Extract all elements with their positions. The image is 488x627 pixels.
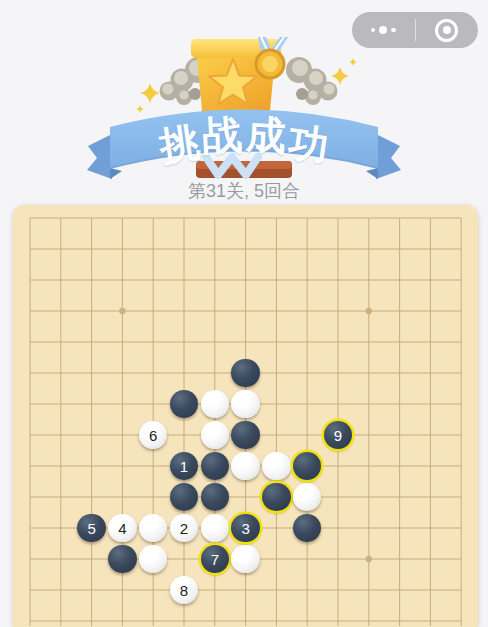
stone-black — [293, 514, 322, 543]
stone-white — [201, 390, 230, 419]
stone-white-6: 6 — [139, 421, 168, 450]
stone-white — [201, 421, 230, 450]
stone-black — [262, 483, 291, 512]
stone-white-2: 2 — [170, 514, 199, 543]
stone-white — [231, 452, 260, 481]
move-number: 4 — [118, 521, 126, 536]
stone-black — [170, 483, 199, 512]
stone-white — [262, 452, 291, 481]
stone-black — [231, 421, 260, 450]
move-number: 6 — [149, 428, 157, 443]
stone-white — [201, 514, 230, 543]
move-number: 7 — [211, 552, 219, 567]
stone-black — [201, 483, 230, 512]
stone-black-3: 3 — [231, 514, 260, 543]
trophy-graphic — [0, 0, 488, 200]
move-number: 2 — [180, 521, 188, 536]
move-number: 5 — [87, 521, 95, 536]
stones-layer: 691542378 — [13, 205, 478, 627]
stone-white — [231, 545, 260, 574]
stone-black — [108, 545, 137, 574]
trophy-base — [196, 157, 292, 178]
stone-black — [201, 452, 230, 481]
stone-black-1: 1 — [170, 452, 199, 481]
stone-black-5: 5 — [77, 514, 106, 543]
wing-right-icon — [286, 57, 338, 105]
stone-white — [293, 483, 322, 512]
move-number: 3 — [241, 521, 249, 536]
move-number: 9 — [334, 428, 342, 443]
stone-black-9: 9 — [324, 421, 353, 450]
stone-black — [231, 359, 260, 388]
stone-black — [170, 390, 199, 419]
move-number: 1 — [180, 459, 188, 474]
stone-black — [293, 452, 322, 481]
move-number: 8 — [180, 583, 188, 598]
stone-white — [139, 514, 168, 543]
challenge-success-screen: 挑 战 成 功 第31关, 5回合 691542378 — [0, 0, 488, 627]
stone-white-8: 8 — [170, 576, 199, 605]
level-round-subtitle: 第31关, 5回合 — [0, 179, 488, 203]
stone-black-7: 7 — [201, 545, 230, 574]
stone-white — [139, 545, 168, 574]
stone-white-4: 4 — [108, 514, 137, 543]
gomoku-board[interactable]: 691542378 — [13, 205, 478, 627]
stone-white — [231, 390, 260, 419]
